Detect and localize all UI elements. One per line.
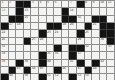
grid-cell[interactable] — [92, 38, 100, 45]
black-cell — [39, 52, 47, 59]
grid-cell[interactable] — [107, 67, 115, 74]
grid-cell[interactable]: 6 — [54, 1, 62, 8]
clue-number: 9 — [93, 1, 95, 4]
clue-number: 35 — [47, 52, 51, 55]
grid-cell[interactable]: 36 — [54, 52, 62, 59]
clue-number: 43 — [17, 67, 21, 70]
grid-cell[interactable] — [92, 8, 100, 15]
grid-cell[interactable]: 23 — [47, 30, 55, 37]
grid-cell[interactable] — [54, 60, 62, 67]
clue-number: 14 — [70, 9, 74, 12]
black-cell — [107, 30, 115, 37]
grid-cell[interactable] — [54, 16, 62, 23]
grid-cell[interactable]: 4 — [39, 1, 47, 8]
grid-cell[interactable]: 21 — [92, 23, 100, 30]
clue-number: 6 — [55, 1, 57, 4]
clue-number: 22 — [1, 31, 5, 34]
grid-cell[interactable] — [85, 8, 93, 15]
black-cell — [16, 8, 24, 15]
black-cell — [100, 23, 108, 30]
grid-cell[interactable] — [9, 30, 17, 37]
clue-number: 25 — [85, 31, 89, 34]
black-cell — [1, 74, 9, 80]
grid-cell[interactable]: 38 — [1, 60, 9, 67]
clue-number: 40 — [47, 60, 51, 63]
clue-number: 34 — [1, 52, 5, 55]
grid-cell[interactable] — [54, 8, 62, 15]
grid-cell[interactable] — [31, 23, 39, 30]
grid-cell[interactable]: 45 — [39, 67, 47, 74]
clue-number: 8 — [85, 1, 87, 4]
clue-number: 42 — [100, 60, 104, 63]
grid-cell[interactable]: 24 — [54, 30, 62, 37]
grid-cell[interactable]: 16 — [77, 16, 85, 23]
grid-cell[interactable] — [54, 38, 62, 45]
clue-number: 47 — [77, 67, 81, 70]
grid-cell[interactable]: 17 — [9, 23, 17, 30]
clue-number: 17 — [9, 23, 13, 26]
grid-cell[interactable]: 28 — [39, 38, 47, 45]
grid-cell[interactable]: 15 — [24, 16, 32, 23]
grid-cell[interactable]: 2 — [9, 1, 17, 8]
grid-cell[interactable] — [69, 38, 77, 45]
grid-cell[interactable] — [39, 16, 47, 23]
grid-cell[interactable] — [85, 16, 93, 23]
grid-cell[interactable]: 3 — [31, 1, 39, 8]
grid-cell[interactable] — [31, 16, 39, 23]
grid-cell[interactable] — [1, 67, 9, 74]
grid-cell[interactable]: 5 — [47, 1, 55, 8]
clue-number: 37 — [77, 52, 81, 55]
grid-cell[interactable] — [39, 8, 47, 15]
grid-cell[interactable]: 14 — [69, 8, 77, 15]
clue-number: 49 — [9, 74, 13, 77]
clue-number: 11 — [108, 1, 112, 4]
clue-number: 20 — [70, 23, 74, 26]
clue-number: 48 — [93, 67, 97, 70]
clue-number: 44 — [32, 67, 36, 70]
black-cell — [16, 1, 24, 8]
clue-number: 53 — [77, 74, 81, 77]
clue-number: 51 — [47, 74, 51, 77]
clue-number: 19 — [62, 23, 66, 26]
clue-number: 21 — [93, 23, 97, 26]
grid-cell[interactable] — [31, 8, 39, 15]
clue-number: 41 — [70, 60, 74, 63]
black-cell — [69, 74, 77, 80]
grid-cell[interactable]: 27 — [31, 38, 39, 45]
grid-cell[interactable] — [39, 23, 47, 30]
grid-cell[interactable] — [16, 74, 24, 80]
grid-cell[interactable] — [16, 30, 24, 37]
grid-cell[interactable] — [47, 38, 55, 45]
clue-number: 45 — [39, 67, 43, 70]
black-cell — [77, 1, 85, 8]
clue-number: 26 — [1, 38, 5, 41]
grid-cell[interactable] — [69, 67, 77, 74]
grid-cell[interactable] — [100, 8, 108, 15]
grid-cell[interactable] — [107, 74, 115, 80]
grid-cell[interactable]: 30 — [100, 38, 108, 45]
clue-number: 50 — [24, 74, 28, 77]
black-cell — [24, 38, 32, 45]
grid-cell[interactable]: 8 — [85, 1, 93, 8]
grid-cell[interactable] — [24, 45, 32, 52]
grid-cell[interactable]: 42 — [100, 60, 108, 67]
grid-cell[interactable]: 46 — [62, 67, 70, 74]
grid-cell[interactable]: 9 — [92, 1, 100, 8]
clue-number: 30 — [100, 38, 104, 41]
black-cell — [62, 8, 70, 15]
clue-number: 27 — [32, 38, 36, 41]
grid-cell[interactable] — [31, 45, 39, 52]
clue-number: 1 — [1, 1, 3, 4]
grid-cell[interactable] — [16, 38, 24, 45]
grid-cell[interactable]: 50 — [24, 74, 32, 80]
grid-cell[interactable] — [85, 60, 93, 67]
grid-cell[interactable] — [107, 8, 115, 15]
grid-cell[interactable]: 29 — [77, 38, 85, 45]
grid-cell[interactable] — [107, 60, 115, 67]
clue-number: 12 — [1, 9, 5, 12]
grid-cell[interactable] — [100, 67, 108, 74]
grid-cell[interactable] — [107, 16, 115, 23]
grid-cell[interactable] — [62, 45, 70, 52]
grid-cell[interactable]: 19 — [62, 23, 70, 30]
grid-cell[interactable]: 25 — [85, 30, 93, 37]
black-cell — [100, 16, 108, 23]
clue-number: 5 — [47, 1, 49, 4]
grid-cell[interactable] — [85, 52, 93, 59]
clue-number: 54 — [85, 74, 89, 77]
clue-number: 52 — [55, 74, 59, 77]
grid-cell[interactable] — [9, 38, 17, 45]
clue-number: 36 — [55, 52, 59, 55]
clue-number: 46 — [62, 67, 66, 70]
grid-cell[interactable] — [62, 38, 70, 45]
grid-cell[interactable]: 20 — [69, 23, 77, 30]
clue-number: 32 — [85, 45, 89, 48]
grid-cell[interactable] — [47, 16, 55, 23]
grid-cell[interactable]: 44 — [31, 67, 39, 74]
grid-cell[interactable] — [62, 74, 70, 80]
grid-cell[interactable] — [31, 74, 39, 80]
grid-cell[interactable]: 49 — [9, 74, 17, 80]
grid-cell[interactable]: 52 — [54, 74, 62, 80]
grid-cell[interactable] — [92, 45, 100, 52]
grid-cell[interactable] — [107, 52, 115, 59]
grid-cell[interactable]: 10 — [100, 1, 108, 8]
grid-cell[interactable]: 40 — [47, 60, 55, 67]
grid-cell[interactable]: 41 — [69, 60, 77, 67]
clue-number: 13 — [24, 9, 28, 12]
grid-cell[interactable] — [62, 30, 70, 37]
clue-number: 2 — [9, 1, 11, 4]
grid-cell[interactable]: 12 — [1, 8, 9, 15]
grid-cell[interactable]: 43 — [16, 67, 24, 74]
grid-cell[interactable] — [62, 1, 70, 8]
clue-number: 33 — [108, 45, 112, 48]
grid-cell[interactable] — [39, 45, 47, 52]
grid-cell[interactable]: 48 — [92, 67, 100, 74]
clue-number: 18 — [17, 23, 21, 26]
grid-cell[interactable] — [31, 52, 39, 59]
grid-cell[interactable] — [24, 23, 32, 30]
grid-cell[interactable] — [9, 52, 17, 59]
grid-cell[interactable] — [1, 16, 9, 23]
clue-number: 23 — [47, 31, 51, 34]
grid-cell[interactable] — [62, 52, 70, 59]
grid-cell[interactable]: 33 — [107, 45, 115, 52]
clue-number: 24 — [55, 31, 59, 34]
grid-cell[interactable] — [69, 30, 77, 37]
grid-cell[interactable] — [100, 45, 108, 52]
grid-cell[interactable]: 39 — [24, 60, 32, 67]
clue-number: 16 — [77, 16, 81, 19]
clue-number: 38 — [1, 60, 5, 63]
grid-cell[interactable] — [16, 52, 24, 59]
clue-number: 31 — [1, 45, 5, 48]
grid-cell[interactable] — [47, 8, 55, 15]
black-cell — [39, 74, 47, 80]
black-cell — [107, 23, 115, 30]
clue-number: 29 — [77, 38, 81, 41]
grid-cell[interactable] — [16, 45, 24, 52]
grid-cell[interactable] — [9, 8, 17, 15]
grid-cell[interactable]: 54 — [85, 74, 93, 80]
clue-number: 7 — [70, 1, 72, 4]
grid-cell[interactable] — [9, 45, 17, 52]
clue-number: 39 — [24, 60, 28, 63]
grid-cell[interactable] — [9, 60, 17, 67]
grid-cell[interactable] — [92, 52, 100, 59]
clue-number: 10 — [100, 1, 104, 4]
grid-cell[interactable]: 37 — [77, 52, 85, 59]
grid-cell[interactable] — [24, 30, 32, 37]
grid-cell[interactable]: 53 — [77, 74, 85, 80]
grid-cell[interactable] — [77, 23, 85, 30]
grid-cell[interactable] — [100, 74, 108, 80]
grid-cell[interactable]: 32 — [85, 45, 93, 52]
grid-cell[interactable]: 18 — [16, 23, 24, 30]
clue-number: 15 — [24, 16, 28, 19]
clue-number: 4 — [39, 1, 41, 4]
black-cell — [69, 45, 77, 52]
clue-number: 28 — [39, 38, 43, 41]
grid-cell[interactable]: 51 — [47, 74, 55, 80]
grid-cell[interactable] — [92, 74, 100, 80]
grid-cell[interactable] — [92, 30, 100, 37]
grid-cell[interactable]: 11 — [107, 1, 115, 8]
clue-number: 3 — [32, 1, 34, 4]
crossword-grid: 1234567891011121314151617181920212223242… — [0, 0, 115, 80]
